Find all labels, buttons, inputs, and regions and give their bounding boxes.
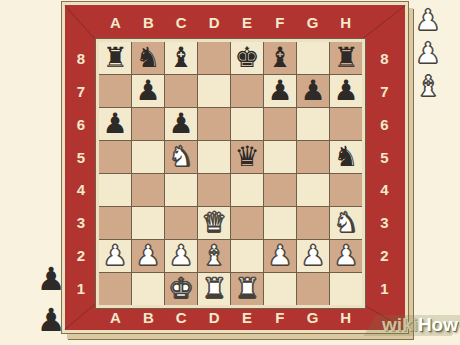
square-b2: ♟ [132,240,164,272]
piece-bR: ♜ [102,44,127,72]
piece-wN: ♞ [333,209,358,237]
captured-piece-wP: ♟ [415,37,441,70]
square-e1: ♜ [231,273,263,305]
rank-label-7: 7 [380,83,388,100]
square-a6: ♟ [99,108,131,140]
square-d6 [198,108,230,140]
file-label-d: D [209,14,220,31]
wikihow-watermark: wikiHow [374,312,460,338]
square-f3 [264,207,296,239]
piece-wP: ♟ [267,242,292,270]
file-label-a: A [110,309,121,326]
square-e3 [231,207,263,239]
square-b7: ♟ [132,75,164,107]
square-e2 [231,240,263,272]
rank-label-1: 1 [77,280,85,297]
piece-bN: ♞ [135,44,160,72]
square-c3 [165,207,197,239]
square-h2: ♟ [330,240,362,272]
watermark-how-text: How [418,314,458,336]
piece-wP: ♟ [168,242,193,270]
piece-wQ: ♛ [201,209,226,237]
captured-piece-wP: ♟ [415,4,441,37]
square-h8: ♜ [330,42,362,74]
captured-black-pieces-tray: ♟♟ [33,261,69,338]
file-label-g: G [307,309,319,326]
square-b6 [132,108,164,140]
square-e7 [231,75,263,107]
file-labels-bottom: ABCDEFGH [99,306,362,328]
rank-labels-left: 87654321 [68,42,94,305]
square-f5 [264,141,296,173]
board-grid: ♜♞♝♚♝♜♟♟♟♟♟♟♞♛♞♛♞♟♟♟♝♟♟♟♚♜♜ [96,39,365,308]
square-b3 [132,207,164,239]
file-labels-top: ABCDEFGH [99,9,362,35]
captured-white-pieces-tray: ♟♟♝ [409,4,447,103]
square-c1: ♚ [165,273,197,305]
rank-label-6: 6 [77,116,85,133]
piece-bP: ♟ [135,77,160,105]
file-label-h: H [340,309,351,326]
square-e6 [231,108,263,140]
rank-label-3: 3 [77,214,85,231]
square-a8: ♜ [99,42,131,74]
file-label-a: A [110,14,121,31]
piece-bN: ♞ [333,143,358,171]
square-e4 [231,174,263,206]
file-label-h: H [340,14,351,31]
frame-miter-top-right [357,5,406,43]
rank-label-5: 5 [380,149,388,166]
piece-bR: ♜ [333,44,358,72]
captured-piece-wB: ♝ [415,70,441,103]
square-h4 [330,174,362,206]
square-c2: ♟ [165,240,197,272]
file-label-c: C [176,309,187,326]
rank-label-3: 3 [380,214,388,231]
square-h3: ♞ [330,207,362,239]
rank-label-2: 2 [380,247,388,264]
piece-bP: ♟ [168,110,193,138]
file-label-b: B [143,309,154,326]
square-g7: ♟ [297,75,329,107]
square-b4 [132,174,164,206]
file-label-g: G [307,14,319,31]
rank-label-1: 1 [380,280,388,297]
piece-wP: ♟ [333,242,358,270]
piece-bP: ♟ [102,110,127,138]
square-a7 [99,75,131,107]
rank-label-4: 4 [77,181,85,198]
square-c4 [165,174,197,206]
square-c5: ♞ [165,141,197,173]
square-c8: ♝ [165,42,197,74]
frame-miter-top-left [64,5,99,44]
square-a4 [99,174,131,206]
captured-piece-bP: ♟ [37,261,66,297]
square-e5: ♛ [231,141,263,173]
square-g8 [297,42,329,74]
piece-bQ: ♛ [234,143,259,171]
square-g3 [297,207,329,239]
square-a2: ♟ [99,240,131,272]
file-label-e: E [242,309,252,326]
chess-lesson-illustration: ABCDEFGH ABCDEFGH 87654321 87654321 ♜♞♝♚… [0,0,460,345]
square-f2: ♟ [264,240,296,272]
rank-label-6: 6 [380,116,388,133]
square-b5 [132,141,164,173]
square-f1 [264,273,296,305]
square-h6 [330,108,362,140]
square-a3 [99,207,131,239]
piece-bB: ♝ [168,44,193,72]
piece-bP: ♟ [300,77,325,105]
piece-wP: ♟ [300,242,325,270]
piece-wR: ♜ [234,275,259,303]
piece-wN: ♞ [168,143,193,171]
piece-wR: ♜ [201,275,226,303]
square-h5: ♞ [330,141,362,173]
file-label-b: B [143,14,154,31]
square-h1 [330,273,362,305]
square-g5 [297,141,329,173]
rank-label-4: 4 [380,181,388,198]
square-c6: ♟ [165,108,197,140]
square-d4 [198,174,230,206]
piece-wK: ♚ [168,275,193,303]
square-g6 [297,108,329,140]
square-g2: ♟ [297,240,329,272]
rank-labels-right: 87654321 [366,42,403,305]
file-label-d: D [209,309,220,326]
chess-board: ABCDEFGH ABCDEFGH 87654321 87654321 ♜♞♝♚… [62,2,408,333]
rank-label-8: 8 [77,50,85,67]
square-f4 [264,174,296,206]
square-f6 [264,108,296,140]
square-g4 [297,174,329,206]
file-label-f: F [275,14,284,31]
piece-wB: ♝ [201,242,226,270]
square-g1 [297,273,329,305]
rank-label-2: 2 [77,247,85,264]
square-h7: ♟ [330,75,362,107]
square-a5 [99,141,131,173]
square-d1: ♜ [198,273,230,305]
square-c7 [165,75,197,107]
square-a1 [99,273,131,305]
square-d7 [198,75,230,107]
file-label-e: E [242,14,252,31]
file-label-f: F [275,309,284,326]
square-e8: ♚ [231,42,263,74]
piece-bP: ♟ [333,77,358,105]
piece-wP: ♟ [135,242,160,270]
piece-bP: ♟ [267,77,292,105]
square-d8 [198,42,230,74]
piece-wP: ♟ [102,242,127,270]
rank-label-7: 7 [77,83,85,100]
square-d5 [198,141,230,173]
captured-piece-bP: ♟ [37,302,66,338]
piece-bK: ♚ [234,44,259,72]
square-f8: ♝ [264,42,296,74]
square-f7: ♟ [264,75,296,107]
square-d2: ♝ [198,240,230,272]
square-b8: ♞ [132,42,164,74]
square-b1 [132,273,164,305]
rank-label-5: 5 [77,149,85,166]
file-label-c: C [176,14,187,31]
watermark-wiki-text: wiki [382,314,418,336]
rank-label-8: 8 [380,50,388,67]
square-d3: ♛ [198,207,230,239]
piece-bB: ♝ [267,44,292,72]
